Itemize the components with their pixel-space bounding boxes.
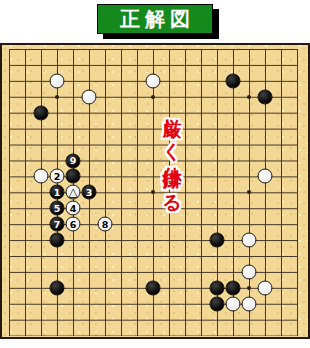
move-number: 1: [54, 188, 61, 198]
stone-black-move-3: 3: [82, 185, 97, 200]
diagram-title-badge: 正解図: [97, 4, 213, 34]
stone-black-move-1: 1: [50, 185, 65, 200]
stone-black: [258, 89, 273, 104]
stone-white: [242, 296, 257, 311]
stone-white: [258, 169, 273, 184]
move-number: 5: [54, 204, 61, 214]
go-board: 921△354768 厳しく仕掛ける: [0, 43, 310, 339]
move-number: 8: [102, 219, 109, 229]
stone-white-move-6: 6: [66, 217, 81, 232]
stone-black: [226, 73, 241, 88]
move-number: 3: [86, 188, 93, 198]
go-diagram: 正解図 921△354768 厳しく仕掛ける: [0, 0, 310, 348]
stone-white: [146, 73, 161, 88]
stone-black: [66, 169, 81, 184]
hoshi-point: [247, 95, 251, 99]
stone-white: [50, 73, 65, 88]
stone-white-move-4: 4: [66, 201, 81, 216]
hoshi-point: [151, 190, 155, 194]
stone-black-move-7: 7: [50, 217, 65, 232]
move-number: 6: [70, 219, 77, 229]
stone-black: [50, 233, 65, 248]
stone-white: [242, 233, 257, 248]
stone-white-move-8: 8: [98, 217, 113, 232]
stone-black: [210, 296, 225, 311]
stone-black-move-9: 9: [66, 153, 81, 168]
stone-black: [210, 233, 225, 248]
diagram-title: 正解図: [115, 6, 195, 33]
stone-black: [210, 280, 225, 295]
move-number: 2: [54, 172, 61, 182]
move-number: 9: [70, 156, 77, 166]
stone-white: △: [66, 185, 81, 200]
stone-white: [226, 296, 241, 311]
board-annotation: 厳しく仕掛ける: [160, 103, 186, 204]
stone-black: [226, 280, 241, 295]
hoshi-point: [247, 190, 251, 194]
stone-white-move-2: 2: [50, 169, 65, 184]
stone-black: [50, 280, 65, 295]
stone-black: [146, 280, 161, 295]
stone-white: [258, 280, 273, 295]
stone-white: [82, 89, 97, 104]
stone-black-move-5: 5: [50, 201, 65, 216]
stone-white: [242, 265, 257, 280]
board-grid: 921△354768: [9, 49, 298, 336]
move-number: 7: [54, 219, 61, 229]
stone-white: [34, 169, 49, 184]
hoshi-point: [55, 95, 59, 99]
stone-black: [34, 105, 49, 120]
hoshi-point: [247, 286, 251, 290]
move-number: 4: [70, 204, 77, 214]
triangle-mark: △: [68, 186, 77, 198]
hoshi-point: [151, 95, 155, 99]
